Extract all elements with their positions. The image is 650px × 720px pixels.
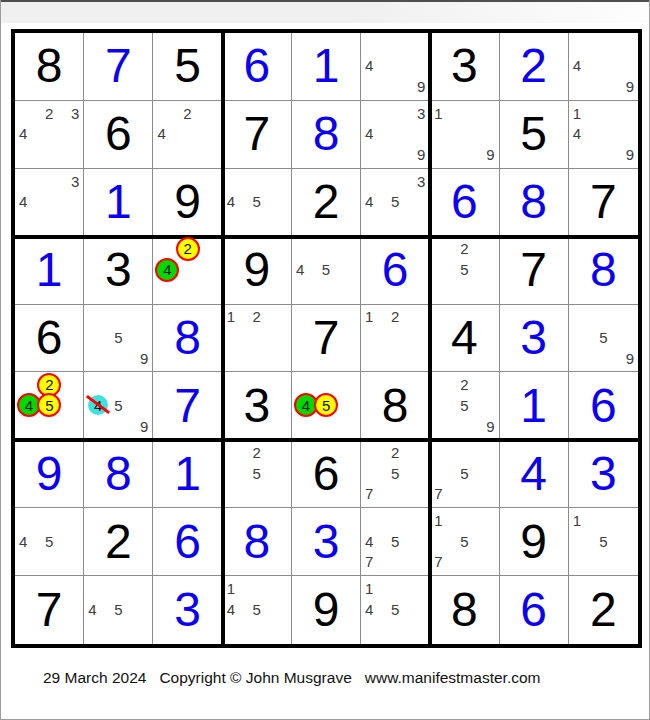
candidate-2: 2: [177, 103, 198, 124]
cell-r7c5[interactable]: 6: [292, 440, 361, 508]
cell-r2c1[interactable]: 234: [15, 101, 84, 169]
footer-website: www.manifestmaster.com: [365, 669, 541, 687]
empty-slot: [364, 327, 385, 348]
empty-slot: [406, 348, 427, 369]
empty-slot: [593, 510, 614, 531]
cell-r6c4[interactable]: 3: [223, 372, 292, 440]
digit: 7: [174, 382, 201, 430]
empty-slot: [246, 578, 267, 599]
empty-slot: [385, 327, 406, 348]
empty-slot: [156, 103, 177, 124]
cell-r5c4[interactable]: 12: [223, 305, 292, 373]
empty-slot: [614, 531, 635, 552]
candidate-7: 7: [433, 484, 454, 505]
empty-slot: [246, 620, 267, 641]
cell-r8c1[interactable]: 45: [15, 508, 84, 576]
candidate-4: 4: [364, 124, 385, 145]
cell-r4c5[interactable]: 45: [292, 237, 361, 305]
cell-r4c3[interactable]: 24: [153, 237, 222, 305]
digit: 3: [451, 42, 478, 90]
empty-slot: [454, 144, 475, 165]
empty-slot: [385, 76, 406, 97]
digit: 1: [313, 42, 340, 90]
empty-slot: [267, 578, 288, 599]
empty-slot: [593, 76, 614, 97]
empty-slot: [454, 551, 475, 572]
empty-slot: [108, 348, 129, 369]
candidate-1: 1: [364, 578, 385, 599]
empty-slot: [593, 348, 614, 369]
cell-r1c6[interactable]: 49: [361, 33, 430, 101]
cell-r8c7[interactable]: 157: [430, 508, 499, 576]
cell-r6c9[interactable]: 6: [569, 372, 638, 440]
empty-slot: [454, 484, 475, 505]
empty-slot: [385, 212, 406, 233]
cell-r4c2[interactable]: 3: [84, 237, 153, 305]
digit: 4: [451, 314, 478, 362]
page: 8756149324923462478349195149341945234568…: [0, 0, 650, 720]
empty-slot: [129, 307, 150, 328]
candidate-9: 9: [129, 348, 150, 369]
empty-slot: [108, 620, 129, 641]
empty-slot: [336, 239, 357, 260]
empty-slot: [129, 620, 150, 641]
cell-r3c4[interactable]: 45: [223, 169, 292, 237]
empty-slot: [60, 416, 81, 437]
cell-r2c7[interactable]: 19: [430, 101, 499, 169]
candidate-4: 4: [156, 259, 177, 280]
digit: 3: [243, 382, 270, 430]
candidate-3: 3: [59, 171, 80, 192]
empty-slot: [39, 416, 60, 437]
cell-r3c6[interactable]: 345: [361, 169, 430, 237]
cell-r9c8[interactable]: 6: [500, 576, 569, 644]
empty-slot: [267, 327, 288, 348]
cell-r3c2[interactable]: 1: [84, 169, 153, 237]
empty-slot: [364, 103, 385, 124]
candidate-5: 5: [108, 395, 129, 416]
empty-slot: [385, 510, 406, 531]
empty-slot: [129, 374, 150, 395]
empty-slot: [226, 348, 247, 369]
candidate-2: 2: [454, 239, 475, 260]
empty-slot: [39, 212, 60, 233]
cell-r9c7[interactable]: 8: [430, 576, 499, 644]
empty-slot: [246, 484, 267, 505]
candidate-2: 2: [246, 307, 267, 328]
empty-slot: [385, 35, 406, 56]
cell-r2c9[interactable]: 149: [569, 101, 638, 169]
candidate-4: 4: [87, 395, 108, 416]
empty-slot: [475, 510, 496, 531]
empty-slot: [108, 374, 129, 395]
candidate-7: 7: [433, 551, 454, 572]
empty-slot: [572, 531, 593, 552]
cell-r4c6[interactable]: 6: [361, 237, 430, 305]
cell-r4c7[interactable]: 25: [430, 237, 499, 305]
empty-slot: [572, 348, 593, 369]
empty-slot: [87, 307, 108, 328]
digit: 2: [590, 586, 617, 634]
empty-slot: [364, 212, 385, 233]
digit: 9: [36, 450, 63, 498]
candidate-2: 2: [39, 103, 60, 124]
digit: 2: [105, 518, 132, 566]
candidate-7: 7: [364, 484, 385, 505]
digit: 8: [590, 246, 617, 294]
empty-slot: [593, 35, 614, 56]
candidate-9: 9: [475, 144, 496, 165]
empty-slot: [156, 239, 177, 260]
empty-slot: [316, 416, 337, 437]
empty-slot: [385, 484, 406, 505]
cell-r8c4[interactable]: 8: [223, 508, 292, 576]
cell-r1c2[interactable]: 7: [84, 33, 153, 101]
empty-slot: [59, 510, 80, 531]
empty-slot: [267, 599, 288, 620]
candidate-9: 9: [614, 144, 635, 165]
green-circle-highlight: 4: [155, 258, 179, 282]
candidate-1: 1: [572, 103, 593, 124]
empty-slot: [406, 551, 427, 572]
cell-r6c8[interactable]: 1: [500, 372, 569, 440]
cell-r6c3[interactable]: 7: [153, 372, 222, 440]
cell-r5c9[interactable]: 59: [569, 305, 638, 373]
empty-slot: [406, 124, 427, 145]
cell-r8c6[interactable]: 457: [361, 508, 430, 576]
empty-slot: [226, 212, 247, 233]
digit: 8: [174, 314, 201, 362]
empty-slot: [39, 171, 60, 192]
cell-r7c8[interactable]: 4: [500, 440, 569, 508]
digit: 8: [105, 450, 132, 498]
cell-r7c2[interactable]: 8: [84, 440, 153, 508]
empty-slot: [226, 171, 247, 192]
empty-slot: [316, 239, 337, 260]
empty-slot: [475, 463, 496, 484]
cell-r9c9[interactable]: 2: [569, 576, 638, 644]
empty-slot: [59, 212, 80, 233]
candidate-4: 4: [295, 259, 316, 280]
digit: 1: [105, 178, 132, 226]
empty-slot: [226, 620, 247, 641]
candidate-4: 4: [18, 191, 39, 212]
empty-slot: [614, 327, 635, 348]
empty-slot: [385, 103, 406, 124]
empty-slot: [267, 463, 288, 484]
digit: 6: [520, 586, 547, 634]
candidate-3: 3: [406, 103, 427, 124]
empty-slot: [39, 124, 60, 145]
empty-slot: [433, 531, 454, 552]
digit: 6: [451, 178, 478, 226]
digit: 1: [520, 382, 547, 430]
empty-slot: [433, 124, 454, 145]
empty-slot: [433, 259, 454, 280]
cell-r2c3[interactable]: 24: [153, 101, 222, 169]
digit: 5: [174, 42, 201, 90]
cell-r6c5[interactable]: 45: [292, 372, 361, 440]
empty-slot: [593, 124, 614, 145]
empty-slot: [246, 212, 267, 233]
empty-slot: [129, 599, 150, 620]
cell-r2c2[interactable]: 6: [84, 101, 153, 169]
cell-r9c3[interactable]: 3: [153, 576, 222, 644]
empty-slot: [226, 327, 247, 348]
cell-r4c1[interactable]: 1: [15, 237, 84, 305]
empty-slot: [385, 171, 406, 192]
empty-slot: [406, 599, 427, 620]
cell-r7c3[interactable]: 1: [153, 440, 222, 508]
empty-slot: [385, 578, 406, 599]
empty-slot: [198, 280, 219, 301]
cell-r7c9[interactable]: 3: [569, 440, 638, 508]
cell-r1c3[interactable]: 5: [153, 33, 222, 101]
cell-r8c5[interactable]: 3: [292, 508, 361, 576]
empty-slot: [60, 374, 81, 395]
cell-r5c1[interactable]: 6: [15, 305, 84, 373]
empty-slot: [364, 463, 385, 484]
cell-r6c7[interactable]: 259: [430, 372, 499, 440]
empty-slot: [406, 531, 427, 552]
cell-r5c2[interactable]: 59: [84, 305, 153, 373]
digit: 8: [520, 178, 547, 226]
empty-slot: [39, 510, 60, 531]
footer-date: 29 March 2024: [43, 669, 146, 687]
empty-slot: [614, 124, 635, 145]
empty-slot: [87, 327, 108, 348]
footer: 29 March 2024 Copyright © John Musgrave …: [43, 669, 540, 687]
empty-slot: [406, 463, 427, 484]
empty-slot: [198, 144, 219, 165]
empty-slot: [364, 620, 385, 641]
candidate-9: 9: [129, 416, 150, 437]
cell-r2c6[interactable]: 349: [361, 101, 430, 169]
candidate-5: 5: [246, 599, 267, 620]
empty-slot: [614, 510, 635, 531]
cell-r9c4[interactable]: 145: [223, 576, 292, 644]
cell-r6c2[interactable]: 459: [84, 372, 153, 440]
candidate-4: 4: [572, 56, 593, 77]
cell-r4c9[interactable]: 8: [569, 237, 638, 305]
sudoku-board: 8756149324923462478349195149341945234568…: [11, 29, 642, 648]
cell-r5c5[interactable]: 7: [292, 305, 361, 373]
empty-slot: [475, 442, 496, 463]
empty-slot: [198, 239, 219, 260]
empty-slot: [39, 551, 60, 572]
cell-r2c4[interactable]: 7: [223, 101, 292, 169]
digit: 1: [174, 450, 201, 498]
empty-slot: [39, 191, 60, 212]
cell-r1c5[interactable]: 1: [292, 33, 361, 101]
cell-r3c5[interactable]: 2: [292, 169, 361, 237]
empty-slot: [614, 103, 635, 124]
empty-slot: [18, 212, 39, 233]
cell-r1c9[interactable]: 49: [569, 33, 638, 101]
empty-slot: [316, 280, 337, 301]
empty-slot: [129, 395, 150, 416]
empty-slot: [87, 416, 108, 437]
cell-r9c5[interactable]: 9: [292, 576, 361, 644]
cell-r2c8[interactable]: 5: [500, 101, 569, 169]
empty-slot: [18, 551, 39, 572]
empty-slot: [475, 280, 496, 301]
candidate-5: 5: [108, 599, 129, 620]
cell-r3c9[interactable]: 7: [569, 169, 638, 237]
cell-r2c5[interactable]: 8: [292, 101, 361, 169]
empty-slot: [475, 259, 496, 280]
empty-slot: [177, 259, 198, 280]
empty-slot: [60, 395, 81, 416]
candidate-5: 5: [39, 531, 60, 552]
yellow-circle-highlight: 5: [314, 393, 338, 417]
candidate-4: 4: [295, 395, 316, 416]
cell-r1c8[interactable]: 2: [500, 33, 569, 101]
cell-r8c9[interactable]: 15: [569, 508, 638, 576]
empty-slot: [246, 171, 267, 192]
cell-r7c7[interactable]: 57: [430, 440, 499, 508]
empty-slot: [572, 551, 593, 572]
empty-slot: [406, 191, 427, 212]
digit: 9: [174, 178, 201, 226]
empty-slot: [593, 103, 614, 124]
empty-slot: [475, 531, 496, 552]
candidate-5: 5: [454, 395, 475, 416]
empty-slot: [295, 416, 316, 437]
empty-slot: [177, 124, 198, 145]
candidate-4: 4: [18, 531, 39, 552]
empty-slot: [614, 35, 635, 56]
candidate-4: 4: [18, 124, 39, 145]
candidate-4: 4: [226, 191, 247, 212]
empty-slot: [385, 348, 406, 369]
digit: 8: [451, 586, 478, 634]
empty-slot: [364, 442, 385, 463]
empty-slot: [406, 484, 427, 505]
candidate-2: 2: [39, 374, 60, 395]
cell-r4c8[interactable]: 7: [500, 237, 569, 305]
digit: 9: [313, 586, 340, 634]
cell-r6c1[interactable]: 245: [15, 372, 84, 440]
cell-r5c7[interactable]: 4: [430, 305, 499, 373]
empty-slot: [198, 103, 219, 124]
cell-r8c3[interactable]: 6: [153, 508, 222, 576]
cell-r5c3[interactable]: 8: [153, 305, 222, 373]
empty-slot: [18, 374, 39, 395]
digit: 7: [590, 178, 617, 226]
candidate-5: 5: [454, 259, 475, 280]
empty-slot: [433, 144, 454, 165]
empty-slot: [267, 171, 288, 192]
footer-copyright: Copyright © John Musgrave: [159, 669, 351, 687]
empty-slot: [433, 442, 454, 463]
cell-r5c6[interactable]: 12: [361, 305, 430, 373]
cell-r8c2[interactable]: 2: [84, 508, 153, 576]
cell-r3c7[interactable]: 6: [430, 169, 499, 237]
cell-r5c8[interactable]: 3: [500, 305, 569, 373]
candidate-1: 1: [226, 578, 247, 599]
empty-slot: [406, 620, 427, 641]
empty-slot: [59, 531, 80, 552]
empty-slot: [614, 56, 635, 77]
digit: 9: [243, 246, 270, 294]
empty-slot: [295, 280, 316, 301]
empty-slot: [433, 280, 454, 301]
empty-slot: [475, 551, 496, 572]
empty-slot: [295, 374, 316, 395]
candidate-3: 3: [406, 171, 427, 192]
cell-r7c4[interactable]: 25: [223, 440, 292, 508]
cell-r8c8[interactable]: 9: [500, 508, 569, 576]
cell-r9c2[interactable]: 45: [84, 576, 153, 644]
cell-r4c4[interactable]: 9: [223, 237, 292, 305]
empty-slot: [454, 416, 475, 437]
empty-slot: [364, 35, 385, 56]
candidate-1: 1: [572, 510, 593, 531]
empty-slot: [572, 144, 593, 165]
empty-slot: [614, 551, 635, 572]
empty-slot: [406, 510, 427, 531]
cell-r9c6[interactable]: 145: [361, 576, 430, 644]
empty-slot: [385, 620, 406, 641]
cell-r9c1[interactable]: 7: [15, 576, 84, 644]
empty-slot: [177, 144, 198, 165]
empty-slot: [593, 144, 614, 165]
cell-r7c6[interactable]: 257: [361, 440, 430, 508]
empty-slot: [316, 374, 337, 395]
cell-r3c1[interactable]: 34: [15, 169, 84, 237]
empty-slot: [267, 212, 288, 233]
cell-r1c7[interactable]: 3: [430, 33, 499, 101]
candidate-5: 5: [385, 191, 406, 212]
cell-r7c1[interactable]: 9: [15, 440, 84, 508]
empty-slot: [454, 510, 475, 531]
empty-slot: [87, 578, 108, 599]
empty-slot: [385, 56, 406, 77]
empty-slot: [454, 442, 475, 463]
empty-slot: [593, 307, 614, 328]
digit: 3: [313, 518, 340, 566]
candidate-5: 5: [385, 531, 406, 552]
cell-r1c1[interactable]: 8: [15, 33, 84, 101]
candidate-2: 2: [454, 374, 475, 395]
cell-r6c6[interactable]: 8: [361, 372, 430, 440]
empty-slot: [108, 416, 129, 437]
cell-r1c4[interactable]: 6: [223, 33, 292, 101]
digit: 8: [313, 110, 340, 158]
empty-slot: [18, 103, 39, 124]
empty-slot: [475, 395, 496, 416]
empty-slot: [87, 620, 108, 641]
digit: 7: [243, 110, 270, 158]
digit: 2: [520, 42, 547, 90]
candidate-5: 5: [316, 395, 337, 416]
empty-slot: [198, 124, 219, 145]
digit: 8: [36, 42, 63, 90]
empty-slot: [198, 259, 219, 280]
cell-r3c8[interactable]: 8: [500, 169, 569, 237]
candidate-5: 5: [593, 327, 614, 348]
empty-slot: [572, 76, 593, 97]
empty-slot: [406, 212, 427, 233]
empty-slot: [129, 327, 150, 348]
candidate-5: 5: [454, 531, 475, 552]
empty-slot: [406, 442, 427, 463]
cell-r3c3[interactable]: 9: [153, 169, 222, 237]
empty-slot: [385, 124, 406, 145]
empty-slot: [18, 144, 39, 165]
empty-slot: [39, 144, 60, 165]
